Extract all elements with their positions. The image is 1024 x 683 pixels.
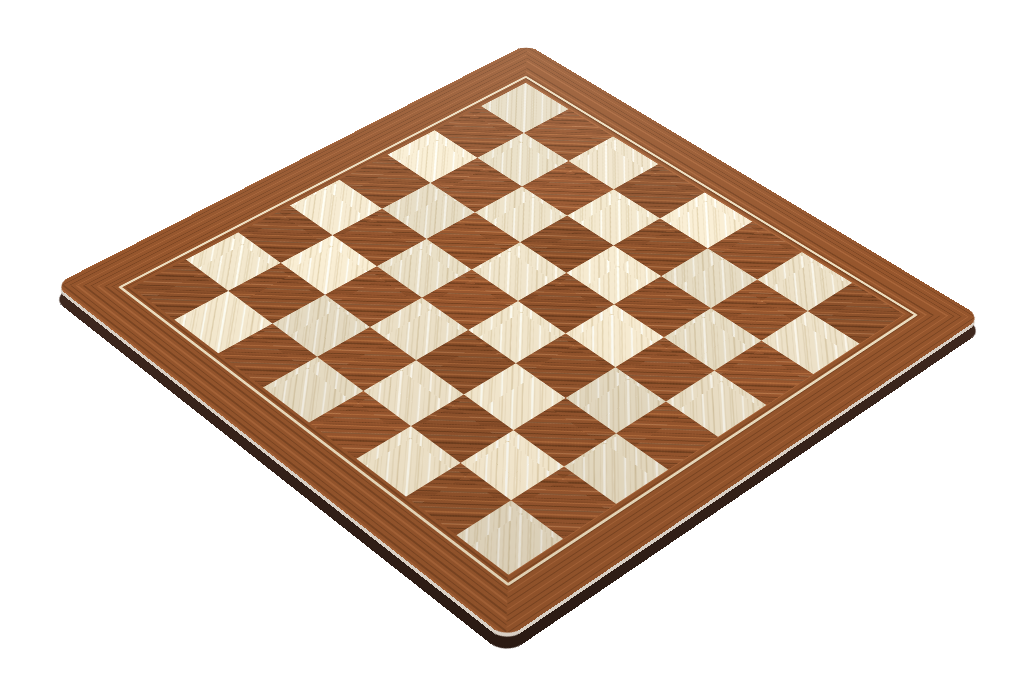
playing-field	[132, 83, 904, 575]
photo-background	[0, 0, 1024, 683]
chess-board	[54, 44, 981, 638]
